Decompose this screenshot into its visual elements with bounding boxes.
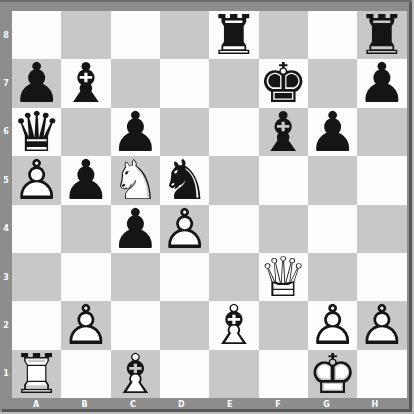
square-g6[interactable]: ♟	[308, 108, 357, 156]
black-pawn-glyph: ♟	[111, 197, 160, 261]
file-label-a: A	[12, 398, 60, 411]
square-c8[interactable]	[111, 11, 160, 59]
rank-label-8: 8	[0, 11, 12, 59]
white-bishop-glyph: ♗	[209, 293, 258, 357]
rank-labels: 87654321	[0, 11, 12, 398]
white-pawn[interactable]: ♟♙	[61, 301, 110, 349]
rank-label-5: 5	[0, 156, 12, 204]
rank-label-2: 2	[0, 301, 12, 349]
black-bishop-glyph: ♝	[259, 100, 308, 164]
square-c1[interactable]: ♝♗	[111, 350, 160, 398]
frame-edge-right-inner	[409, 2, 412, 412]
rank-label-7: 7	[0, 59, 12, 107]
white-bishop-glyph: ♗	[111, 342, 160, 406]
square-e2[interactable]: ♝♗	[209, 301, 258, 349]
square-a5[interactable]: ♟♙	[12, 156, 61, 204]
square-f5[interactable]	[259, 156, 308, 204]
white-bishop[interactable]: ♝♗	[209, 301, 258, 349]
square-e8[interactable]: ♜	[209, 11, 258, 59]
white-pawn-glyph: ♙	[357, 293, 406, 357]
file-label-d: D	[157, 398, 205, 411]
black-bishop-glyph: ♝	[61, 51, 110, 115]
frame-edge-top	[0, 0, 414, 2]
square-h5[interactable]	[357, 156, 406, 204]
square-d7[interactable]	[160, 59, 209, 107]
square-d8[interactable]	[160, 11, 209, 59]
file-label-h: H	[351, 398, 399, 411]
square-a1[interactable]: ♜♖	[12, 350, 61, 398]
rank-label-6: 6	[0, 108, 12, 156]
square-d3[interactable]	[160, 253, 209, 301]
file-label-b: B	[60, 398, 108, 411]
black-rook[interactable]: ♜	[209, 11, 258, 59]
square-a4[interactable]	[12, 205, 61, 253]
file-label-f: F	[254, 398, 302, 411]
square-f3[interactable]: ♛♕	[259, 253, 308, 301]
square-e7[interactable]	[209, 59, 258, 107]
square-b4[interactable]	[61, 205, 110, 253]
square-h4[interactable]	[357, 205, 406, 253]
rank-label-3: 3	[0, 253, 12, 301]
square-e4[interactable]	[209, 205, 258, 253]
white-queen-glyph: ♕	[259, 245, 308, 309]
rank-label-4: 4	[0, 205, 12, 253]
file-label-e: E	[206, 398, 254, 411]
square-g8[interactable]	[308, 11, 357, 59]
white-queen[interactable]: ♛♕	[259, 253, 308, 301]
square-d4[interactable]: ♟♙	[160, 205, 209, 253]
square-e6[interactable]	[209, 108, 258, 156]
black-pawn[interactable]: ♟	[61, 156, 110, 204]
file-label-g: G	[302, 398, 350, 411]
square-h2[interactable]: ♟♙	[357, 301, 406, 349]
black-pawn-glyph: ♟	[308, 100, 357, 164]
square-b7[interactable]: ♝	[61, 59, 110, 107]
square-d2[interactable]	[160, 301, 209, 349]
black-bishop[interactable]: ♝	[61, 59, 110, 107]
square-h6[interactable]	[357, 108, 406, 156]
white-bishop[interactable]: ♝♗	[111, 350, 160, 398]
square-b1[interactable]	[61, 350, 110, 398]
square-g1[interactable]: ♚♔	[308, 350, 357, 398]
white-pawn-glyph: ♙	[12, 148, 61, 212]
black-rook-glyph: ♜	[209, 3, 258, 67]
rank-label-1: 1	[0, 350, 12, 398]
square-e1[interactable]	[209, 350, 258, 398]
white-rook[interactable]: ♜♖	[12, 350, 61, 398]
black-pawn-glyph: ♟	[357, 51, 406, 115]
square-c4[interactable]: ♟	[111, 205, 160, 253]
white-rook-glyph: ♖	[12, 342, 61, 406]
black-pawn[interactable]: ♟	[111, 205, 160, 253]
white-king[interactable]: ♚♔	[308, 350, 357, 398]
black-pawn-glyph: ♟	[61, 148, 110, 212]
white-pawn-glyph: ♙	[160, 197, 209, 261]
file-labels: ABCDEFGH	[12, 398, 399, 411]
square-h7[interactable]: ♟	[357, 59, 406, 107]
black-pawn[interactable]: ♟	[357, 59, 406, 107]
square-b5[interactable]: ♟	[61, 156, 110, 204]
square-f2[interactable]	[259, 301, 308, 349]
black-pawn[interactable]: ♟	[308, 108, 357, 156]
chess-board: ♜♜♟♝♚♟♛♟♝♟♟♙♟♞♘♞♟♟♙♛♕♟♙♝♗♟♙♟♙♜♖♝♗♚♔	[12, 11, 399, 398]
white-pawn-glyph: ♙	[61, 293, 110, 357]
square-f6[interactable]: ♝	[259, 108, 308, 156]
square-a3[interactable]	[12, 253, 61, 301]
square-f1[interactable]	[259, 350, 308, 398]
square-g5[interactable]	[308, 156, 357, 204]
black-bishop[interactable]: ♝	[259, 108, 308, 156]
white-pawn[interactable]: ♟♙	[357, 301, 406, 349]
white-king-glyph: ♔	[308, 342, 357, 406]
square-e5[interactable]	[209, 156, 258, 204]
square-c3[interactable]	[111, 253, 160, 301]
white-pawn[interactable]: ♟♙	[12, 156, 61, 204]
square-b2[interactable]: ♟♙	[61, 301, 110, 349]
chess-diagram: ♜♜♟♝♚♟♛♟♝♟♟♙♟♞♘♞♟♟♙♛♕♟♙♝♗♟♙♟♙♜♖♝♗♚♔ 8765…	[0, 0, 414, 414]
square-d1[interactable]	[160, 350, 209, 398]
file-label-c: C	[109, 398, 157, 411]
square-h1[interactable]	[357, 350, 406, 398]
square-g4[interactable]	[308, 205, 357, 253]
white-pawn[interactable]: ♟♙	[160, 205, 209, 253]
